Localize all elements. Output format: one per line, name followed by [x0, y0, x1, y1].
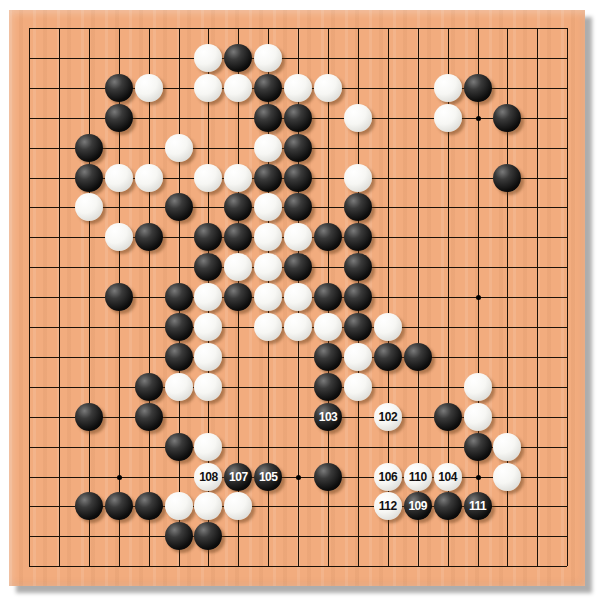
white-stone[interactable] [224, 74, 252, 102]
grid-line [537, 28, 538, 566]
black-stone[interactable] [165, 313, 193, 341]
grid-line [29, 536, 567, 537]
black-stone[interactable] [344, 223, 372, 251]
grid-line [567, 28, 568, 566]
move-number-label: 103 [319, 411, 338, 423]
white-stone[interactable] [105, 223, 133, 251]
white-stone[interactable]: 112 [374, 492, 402, 520]
black-stone[interactable] [75, 164, 103, 192]
white-stone[interactable] [344, 373, 372, 401]
black-stone[interactable] [75, 134, 103, 162]
white-stone[interactable]: 102 [374, 403, 402, 431]
black-stone[interactable] [344, 253, 372, 281]
black-stone[interactable] [224, 283, 252, 311]
black-stone[interactable] [314, 463, 342, 491]
star-point [476, 295, 481, 300]
move-number-label: 102 [379, 411, 398, 423]
move-number-label: 107 [229, 471, 248, 483]
black-stone[interactable] [344, 283, 372, 311]
black-stone[interactable]: 105 [254, 463, 282, 491]
white-stone[interactable] [194, 283, 222, 311]
black-stone[interactable] [135, 373, 163, 401]
white-stone[interactable] [165, 492, 193, 520]
black-stone[interactable] [194, 522, 222, 550]
black-stone[interactable] [165, 433, 193, 461]
black-stone[interactable] [464, 74, 492, 102]
white-stone[interactable] [254, 253, 282, 281]
black-stone[interactable] [165, 343, 193, 371]
black-stone[interactable] [135, 403, 163, 431]
black-stone[interactable]: 103 [314, 403, 342, 431]
white-stone[interactable] [165, 373, 193, 401]
white-stone[interactable] [194, 492, 222, 520]
star-point [476, 116, 481, 121]
white-stone[interactable] [135, 164, 163, 192]
black-stone[interactable] [493, 104, 521, 132]
white-stone[interactable]: 108 [194, 463, 222, 491]
star-point [296, 475, 301, 480]
white-stone[interactable] [254, 134, 282, 162]
black-stone[interactable] [75, 492, 103, 520]
white-stone[interactable] [284, 223, 312, 251]
black-stone[interactable] [464, 433, 492, 461]
black-stone[interactable] [224, 44, 252, 72]
black-stone[interactable] [284, 193, 312, 221]
black-stone[interactable] [165, 193, 193, 221]
white-stone[interactable] [194, 44, 222, 72]
white-stone[interactable] [194, 343, 222, 371]
black-stone[interactable] [224, 193, 252, 221]
white-stone[interactable] [224, 492, 252, 520]
black-stone[interactable]: 109 [404, 492, 432, 520]
black-stone[interactable] [105, 283, 133, 311]
white-stone[interactable] [464, 403, 492, 431]
black-stone[interactable] [165, 283, 193, 311]
white-stone[interactable] [284, 283, 312, 311]
grid-line [29, 357, 567, 358]
black-stone[interactable] [404, 343, 432, 371]
move-number-label: 104 [438, 471, 457, 483]
move-number-label: 106 [379, 471, 398, 483]
black-stone[interactable] [284, 253, 312, 281]
move-number-label: 109 [408, 500, 427, 512]
black-stone[interactable] [194, 223, 222, 251]
white-stone[interactable] [254, 283, 282, 311]
go-board[interactable]: 103102108107105106110104112109111 [9, 10, 585, 586]
black-stone[interactable] [314, 223, 342, 251]
move-number-label: 112 [379, 500, 397, 512]
black-stone[interactable] [105, 74, 133, 102]
move-number-label: 110 [409, 471, 427, 483]
white-stone[interactable] [75, 193, 103, 221]
white-stone[interactable]: 104 [434, 463, 462, 491]
black-stone[interactable]: 111 [464, 492, 492, 520]
white-stone[interactable] [344, 104, 372, 132]
white-stone[interactable] [194, 313, 222, 341]
black-stone[interactable] [224, 223, 252, 251]
white-stone[interactable] [254, 44, 282, 72]
black-stone[interactable] [314, 373, 342, 401]
white-stone[interactable] [224, 164, 252, 192]
white-stone[interactable] [194, 433, 222, 461]
white-stone[interactable] [194, 74, 222, 102]
grid-line [29, 566, 567, 567]
white-stone[interactable] [135, 74, 163, 102]
white-stone[interactable] [165, 134, 193, 162]
white-stone[interactable] [493, 463, 521, 491]
white-stone[interactable] [344, 343, 372, 371]
move-number-label: 108 [199, 471, 218, 483]
white-stone[interactable] [254, 193, 282, 221]
page: { "game": "go", "board_size": 19, "posit… [0, 0, 600, 600]
black-stone[interactable] [314, 283, 342, 311]
white-stone[interactable] [224, 253, 252, 281]
white-stone[interactable] [284, 313, 312, 341]
white-stone[interactable] [434, 104, 462, 132]
black-stone[interactable] [254, 74, 282, 102]
black-stone[interactable] [344, 193, 372, 221]
black-stone[interactable] [105, 492, 133, 520]
white-stone[interactable] [194, 373, 222, 401]
black-stone[interactable] [284, 134, 312, 162]
white-stone[interactable] [254, 313, 282, 341]
black-stone[interactable] [254, 104, 282, 132]
white-stone[interactable] [105, 164, 133, 192]
black-stone[interactable] [75, 403, 103, 431]
black-stone[interactable] [254, 164, 282, 192]
black-stone[interactable] [314, 343, 342, 371]
black-stone[interactable] [135, 223, 163, 251]
black-stone[interactable] [135, 492, 163, 520]
black-stone[interactable] [434, 403, 462, 431]
white-stone[interactable] [254, 223, 282, 251]
white-stone[interactable]: 110 [404, 463, 432, 491]
white-stone[interactable]: 106 [374, 463, 402, 491]
white-stone[interactable] [493, 433, 521, 461]
white-stone[interactable] [284, 74, 312, 102]
white-stone[interactable] [374, 313, 402, 341]
star-point [476, 475, 481, 480]
move-number-label: 105 [259, 471, 278, 483]
white-stone[interactable] [194, 164, 222, 192]
white-stone[interactable] [344, 164, 372, 192]
white-stone[interactable] [464, 373, 492, 401]
black-stone[interactable] [434, 492, 462, 520]
black-stone[interactable]: 107 [224, 463, 252, 491]
white-stone[interactable] [314, 74, 342, 102]
white-stone[interactable] [314, 313, 342, 341]
white-stone[interactable] [434, 74, 462, 102]
black-stone[interactable] [105, 104, 133, 132]
black-stone[interactable] [284, 164, 312, 192]
black-stone[interactable] [165, 522, 193, 550]
black-stone[interactable] [374, 343, 402, 371]
black-stone[interactable] [493, 164, 521, 192]
black-stone[interactable] [344, 313, 372, 341]
move-number-label: 111 [469, 500, 486, 512]
black-stone[interactable] [284, 104, 312, 132]
black-stone[interactable] [194, 253, 222, 281]
star-point [117, 475, 122, 480]
